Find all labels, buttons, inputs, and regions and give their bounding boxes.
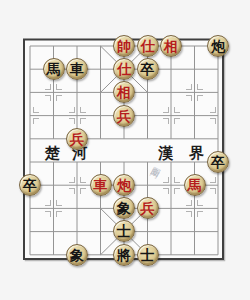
piece-character: 將	[117, 248, 131, 262]
piece-character: 象	[70, 248, 84, 262]
piece-character: 炮	[117, 178, 131, 192]
piece-black-advisor[interactable]: 士	[137, 244, 159, 266]
piece-grid: 帥仕相炮馬車仕卒相兵兵卒卒車炮馬象兵士象將士	[18, 34, 230, 266]
piece-black-elephant[interactable]: 象	[113, 197, 135, 219]
piece-red-elephant[interactable]: 相	[160, 35, 182, 57]
piece-character: 車	[70, 62, 84, 76]
piece-black-horse[interactable]: 馬	[43, 58, 65, 80]
piece-black-soldier[interactable]: 卒	[19, 174, 41, 196]
piece-red-horse[interactable]: 馬	[184, 174, 206, 196]
piece-character: 卒	[211, 155, 225, 169]
piece-character: 仕	[117, 62, 131, 76]
piece-red-soldier[interactable]: 兵	[137, 197, 159, 219]
piece-character: 兵	[70, 132, 84, 146]
piece-black-general[interactable]: 將	[113, 244, 135, 266]
piece-character: 馬	[47, 62, 61, 76]
piece-red-advisor[interactable]: 仕	[137, 35, 159, 57]
piece-character: 士	[141, 248, 155, 262]
piece-character: 相	[164, 39, 178, 53]
piece-black-cannon[interactable]: 炮	[207, 35, 229, 57]
piece-black-chariot[interactable]: 車	[66, 58, 88, 80]
piece-red-elephant[interactable]: 相	[113, 81, 135, 103]
piece-character: 車	[94, 178, 108, 192]
piece-black-soldier[interactable]: 卒	[137, 58, 159, 80]
piece-red-advisor[interactable]: 仕	[113, 58, 135, 80]
piece-character: 帥	[117, 39, 131, 53]
piece-red-general[interactable]: 帥	[113, 35, 135, 57]
piece-black-elephant[interactable]: 象	[66, 244, 88, 266]
piece-red-soldier[interactable]: 兵	[66, 128, 88, 150]
piece-character: 卒	[141, 62, 155, 76]
piece-red-cannon[interactable]: 炮	[113, 174, 135, 196]
piece-character: 炮	[211, 39, 225, 53]
piece-character: 馬	[188, 178, 202, 192]
piece-character: 仕	[141, 39, 155, 53]
piece-red-soldier[interactable]: 兵	[113, 105, 135, 127]
piece-character: 卒	[23, 178, 37, 192]
piece-character: 象	[117, 201, 131, 215]
piece-black-advisor[interactable]: 士	[113, 220, 135, 242]
piece-red-chariot[interactable]: 車	[90, 174, 112, 196]
piece-character: 相	[117, 85, 131, 99]
piece-character: 兵	[117, 109, 131, 123]
piece-character: 兵	[141, 201, 155, 215]
xiangqi-board: 楚河 漢界 新图网 帥仕相炮馬車仕卒相兵兵卒卒車炮馬象兵士象將士	[0, 0, 250, 300]
piece-black-soldier[interactable]: 卒	[207, 151, 229, 173]
piece-character: 士	[117, 224, 131, 238]
